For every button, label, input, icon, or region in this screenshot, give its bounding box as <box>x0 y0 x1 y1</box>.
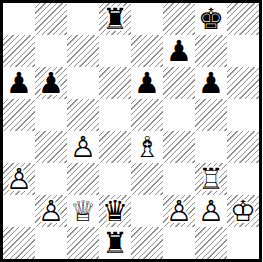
square-c8[interactable] <box>67 3 99 35</box>
white-pawn: ♙ <box>35 195 67 227</box>
black-pawn: ♟ <box>35 67 67 99</box>
black-pawn: ♟ <box>163 35 195 67</box>
square-h5[interactable] <box>227 99 259 131</box>
black-queen: ♛ <box>99 195 131 227</box>
square-h8[interactable] <box>227 3 259 35</box>
square-d2[interactable]: ♛♛ <box>99 195 131 227</box>
square-f3[interactable] <box>163 163 195 195</box>
square-h2[interactable]: ♚♔ <box>227 195 259 227</box>
square-a6[interactable]: ♟♟ <box>3 67 35 99</box>
square-b3[interactable] <box>35 163 67 195</box>
black-pawn: ♟ <box>3 67 35 99</box>
square-d1[interactable]: ♜♜ <box>99 227 131 259</box>
square-a5[interactable] <box>3 99 35 131</box>
square-d4[interactable] <box>99 131 131 163</box>
white-pawn: ♙ <box>195 195 227 227</box>
black-king: ♚ <box>195 3 227 35</box>
square-b7[interactable] <box>35 35 67 67</box>
square-f4[interactable] <box>163 131 195 163</box>
square-f1[interactable] <box>163 227 195 259</box>
white-king: ♔ <box>227 195 259 227</box>
square-f6[interactable] <box>163 67 195 99</box>
square-d5[interactable] <box>99 99 131 131</box>
square-d8[interactable]: ♜♜ <box>99 3 131 35</box>
square-b5[interactable] <box>35 99 67 131</box>
square-h4[interactable] <box>227 131 259 163</box>
square-e5[interactable] <box>131 99 163 131</box>
square-c3[interactable] <box>67 163 99 195</box>
square-g6[interactable]: ♟♟ <box>195 67 227 99</box>
white-pawn: ♙ <box>67 131 99 163</box>
square-b4[interactable] <box>35 131 67 163</box>
square-a8[interactable] <box>3 3 35 35</box>
square-c6[interactable] <box>67 67 99 99</box>
white-bishop: ♗ <box>131 131 163 163</box>
square-g2[interactable]: ♟♙ <box>195 195 227 227</box>
square-c1[interactable] <box>67 227 99 259</box>
square-c5[interactable] <box>67 99 99 131</box>
square-e8[interactable] <box>131 3 163 35</box>
white-queen: ♕ <box>67 195 99 227</box>
chess-diagram: ♜♜♚♚♟♟♟♟♟♟♟♟♟♟♟♙♝♗♟♙♜♖♟♙♛♕♛♛♟♙♟♙♚♔♜♜ <box>0 0 263 262</box>
white-pawn: ♙ <box>163 195 195 227</box>
square-e6[interactable]: ♟♟ <box>131 67 163 99</box>
chess-board: ♜♜♚♚♟♟♟♟♟♟♟♟♟♟♟♙♝♗♟♙♜♖♟♙♛♕♛♛♟♙♟♙♚♔♜♜ <box>0 0 262 262</box>
square-c4[interactable]: ♟♙ <box>67 131 99 163</box>
square-h6[interactable] <box>227 67 259 99</box>
square-g8[interactable]: ♚♚ <box>195 3 227 35</box>
square-g5[interactable] <box>195 99 227 131</box>
square-e4[interactable]: ♝♗ <box>131 131 163 163</box>
square-g3[interactable]: ♜♖ <box>195 163 227 195</box>
square-b8[interactable] <box>35 3 67 35</box>
square-c2[interactable]: ♛♕ <box>67 195 99 227</box>
square-d6[interactable] <box>99 67 131 99</box>
black-pawn: ♟ <box>131 67 163 99</box>
square-a1[interactable] <box>3 227 35 259</box>
square-d7[interactable] <box>99 35 131 67</box>
square-g7[interactable] <box>195 35 227 67</box>
square-f8[interactable] <box>163 3 195 35</box>
square-h3[interactable] <box>227 163 259 195</box>
square-e7[interactable] <box>131 35 163 67</box>
square-a4[interactable] <box>3 131 35 163</box>
square-e1[interactable] <box>131 227 163 259</box>
black-rook: ♜ <box>99 227 131 259</box>
square-g1[interactable] <box>195 227 227 259</box>
square-g4[interactable] <box>195 131 227 163</box>
square-c7[interactable] <box>67 35 99 67</box>
square-h1[interactable] <box>227 227 259 259</box>
square-a2[interactable] <box>3 195 35 227</box>
square-h7[interactable] <box>227 35 259 67</box>
square-d3[interactable] <box>99 163 131 195</box>
square-f7[interactable]: ♟♟ <box>163 35 195 67</box>
square-f2[interactable]: ♟♙ <box>163 195 195 227</box>
square-a3[interactable]: ♟♙ <box>3 163 35 195</box>
square-b6[interactable]: ♟♟ <box>35 67 67 99</box>
black-rook: ♜ <box>99 3 131 35</box>
square-e3[interactable] <box>131 163 163 195</box>
square-b2[interactable]: ♟♙ <box>35 195 67 227</box>
white-pawn: ♙ <box>3 163 35 195</box>
square-e2[interactable] <box>131 195 163 227</box>
square-b1[interactable] <box>35 227 67 259</box>
square-f5[interactable] <box>163 99 195 131</box>
square-a7[interactable] <box>3 35 35 67</box>
white-rook: ♖ <box>195 163 227 195</box>
black-pawn: ♟ <box>195 67 227 99</box>
